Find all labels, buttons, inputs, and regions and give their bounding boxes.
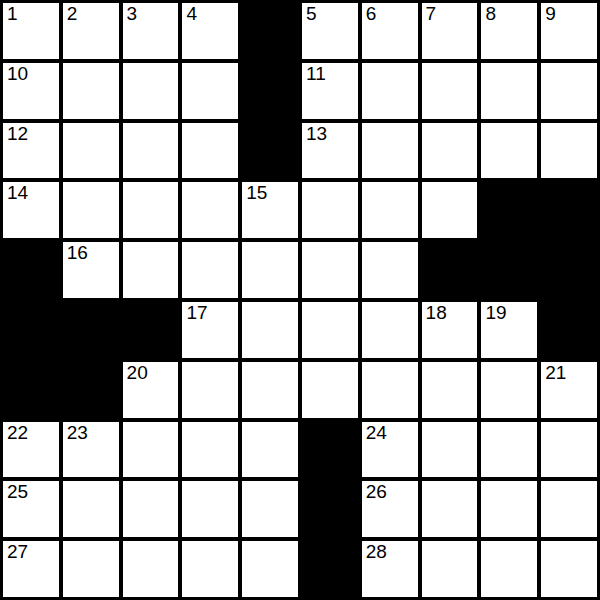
cell-r1c3[interactable]: 3 [123, 3, 179, 59]
clue-number-4: 4 [186, 3, 197, 25]
clue-number-18: 18 [426, 302, 447, 324]
cell-r1c1[interactable]: 1 [3, 3, 59, 59]
clue-number-15: 15 [246, 182, 267, 204]
cell-r10c8[interactable] [422, 541, 478, 597]
cell-r7c10[interactable]: 21 [541, 362, 597, 418]
crossword-board: 1234567891011121314151617181920212223242… [0, 0, 600, 600]
cell-r1c9[interactable]: 8 [481, 3, 537, 59]
cell-r9c7[interactable]: 26 [362, 481, 418, 537]
cell-r8c9[interactable] [481, 422, 537, 478]
cell-r3c6[interactable]: 13 [302, 123, 358, 179]
clue-number-5: 5 [306, 3, 317, 25]
cell-r7c6[interactable] [302, 362, 358, 418]
cell-r2c1[interactable]: 10 [3, 63, 59, 119]
clue-number-19: 19 [485, 302, 506, 324]
cell-r1c10[interactable]: 9 [541, 3, 597, 59]
cell-r6c3 [123, 302, 179, 358]
clue-number-16: 16 [67, 242, 88, 264]
cell-r3c3[interactable] [123, 123, 179, 179]
clue-number-27: 27 [7, 541, 28, 563]
cell-r6c4[interactable]: 17 [182, 302, 238, 358]
cell-r4c6[interactable] [302, 182, 358, 238]
clue-number-2: 2 [67, 3, 78, 25]
cell-r4c1[interactable]: 14 [3, 182, 59, 238]
cell-r3c9[interactable] [481, 123, 537, 179]
cell-r3c7[interactable] [362, 123, 418, 179]
cell-r1c4[interactable]: 4 [182, 3, 238, 59]
cell-r10c10[interactable] [541, 541, 597, 597]
clue-number-9: 9 [545, 3, 556, 25]
cell-r3c5 [242, 123, 298, 179]
cell-r4c4[interactable] [182, 182, 238, 238]
clue-number-26: 26 [366, 481, 387, 503]
cell-r9c3[interactable] [123, 481, 179, 537]
cell-r6c6[interactable] [302, 302, 358, 358]
cell-r8c8[interactable] [422, 422, 478, 478]
cell-r5c8 [422, 242, 478, 298]
clue-number-10: 10 [7, 63, 28, 85]
clue-number-13: 13 [306, 123, 327, 145]
cell-r9c9[interactable] [481, 481, 537, 537]
cell-r9c1[interactable]: 25 [3, 481, 59, 537]
cell-r8c3[interactable] [123, 422, 179, 478]
cell-r4c8[interactable] [422, 182, 478, 238]
clue-number-17: 17 [186, 302, 207, 324]
cell-r2c2[interactable] [63, 63, 119, 119]
cell-r7c4[interactable] [182, 362, 238, 418]
cell-r5c10 [541, 242, 597, 298]
cell-r5c2[interactable]: 16 [63, 242, 119, 298]
cell-r8c2[interactable]: 23 [63, 422, 119, 478]
cell-r3c1[interactable]: 12 [3, 123, 59, 179]
cell-r5c7[interactable] [362, 242, 418, 298]
cell-r6c8[interactable]: 18 [422, 302, 478, 358]
clue-number-24: 24 [366, 422, 387, 444]
clue-number-28: 28 [366, 541, 387, 563]
cell-r10c7[interactable]: 28 [362, 541, 418, 597]
cell-r10c4[interactable] [182, 541, 238, 597]
cell-r7c3[interactable]: 20 [123, 362, 179, 418]
cell-r2c10[interactable] [541, 63, 597, 119]
clue-number-3: 3 [127, 3, 138, 25]
cell-r7c9[interactable] [481, 362, 537, 418]
cell-r4c5[interactable]: 15 [242, 182, 298, 238]
clue-number-20: 20 [127, 362, 148, 384]
cell-r10c3[interactable] [123, 541, 179, 597]
cell-r9c8[interactable] [422, 481, 478, 537]
cell-r3c8[interactable] [422, 123, 478, 179]
cell-r2c4[interactable] [182, 63, 238, 119]
cell-r8c7[interactable]: 24 [362, 422, 418, 478]
cell-r3c2[interactable] [63, 123, 119, 179]
cell-r3c10[interactable] [541, 123, 597, 179]
cell-r7c7[interactable] [362, 362, 418, 418]
cell-r9c5[interactable] [242, 481, 298, 537]
cell-r1c5 [242, 3, 298, 59]
cell-r7c1 [3, 362, 59, 418]
cell-r6c5[interactable] [242, 302, 298, 358]
clue-number-8: 8 [485, 3, 496, 25]
cell-r4c3[interactable] [123, 182, 179, 238]
cell-r1c2[interactable]: 2 [63, 3, 119, 59]
clue-number-25: 25 [7, 481, 28, 503]
cell-r8c5[interactable] [242, 422, 298, 478]
cell-r4c9 [481, 182, 537, 238]
cell-r7c8[interactable] [422, 362, 478, 418]
cell-r8c6 [302, 422, 358, 478]
cell-r4c2[interactable] [63, 182, 119, 238]
cell-r5c1 [3, 242, 59, 298]
cell-r1c8[interactable]: 7 [422, 3, 478, 59]
cell-r5c4[interactable] [182, 242, 238, 298]
cell-r5c9 [481, 242, 537, 298]
cell-r2c7[interactable] [362, 63, 418, 119]
cell-r6c9[interactable]: 19 [481, 302, 537, 358]
cell-r9c10[interactable] [541, 481, 597, 537]
cell-r10c6 [302, 541, 358, 597]
cell-r9c4[interactable] [182, 481, 238, 537]
cell-r10c9[interactable] [481, 541, 537, 597]
cell-r7c5[interactable] [242, 362, 298, 418]
cell-r4c7[interactable] [362, 182, 418, 238]
cell-r6c7[interactable] [362, 302, 418, 358]
clue-number-7: 7 [426, 3, 437, 25]
clue-number-21: 21 [545, 362, 566, 384]
clue-number-11: 11 [306, 63, 326, 85]
cell-r2c5 [242, 63, 298, 119]
cell-r8c1[interactable]: 22 [3, 422, 59, 478]
cell-r3c4[interactable] [182, 123, 238, 179]
cell-r5c6[interactable] [302, 242, 358, 298]
cell-r9c6 [302, 481, 358, 537]
cell-r1c7[interactable]: 6 [362, 3, 418, 59]
cell-r4c10 [541, 182, 597, 238]
cell-r2c3[interactable] [123, 63, 179, 119]
cell-r10c5[interactable] [242, 541, 298, 597]
clue-number-14: 14 [7, 182, 28, 204]
clue-number-12: 12 [7, 123, 28, 145]
cell-r8c4[interactable] [182, 422, 238, 478]
cell-r10c2[interactable] [63, 541, 119, 597]
clue-number-6: 6 [366, 3, 377, 25]
cell-r2c8[interactable] [422, 63, 478, 119]
cell-r8c10[interactable] [541, 422, 597, 478]
cell-r5c3[interactable] [123, 242, 179, 298]
cell-r6c10 [541, 302, 597, 358]
cell-r1c6[interactable]: 5 [302, 3, 358, 59]
clue-number-22: 22 [7, 422, 28, 444]
cell-r2c6[interactable]: 11 [302, 63, 358, 119]
cell-r10c1[interactable]: 27 [3, 541, 59, 597]
cell-r7c2 [63, 362, 119, 418]
clue-number-1: 1 [7, 3, 18, 25]
cell-r9c2[interactable] [63, 481, 119, 537]
cell-r5c5[interactable] [242, 242, 298, 298]
clue-number-23: 23 [67, 422, 88, 444]
cell-r6c1 [3, 302, 59, 358]
cell-r2c9[interactable] [481, 63, 537, 119]
cell-r6c2 [63, 302, 119, 358]
